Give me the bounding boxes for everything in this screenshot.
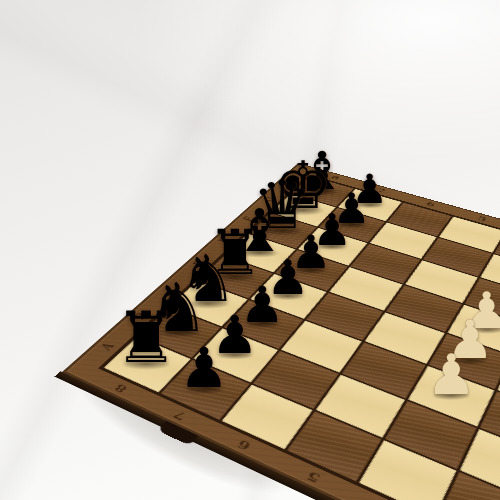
photo-canvas: { "game": "chess", "scene": { "descripti… [0,0,500,500]
